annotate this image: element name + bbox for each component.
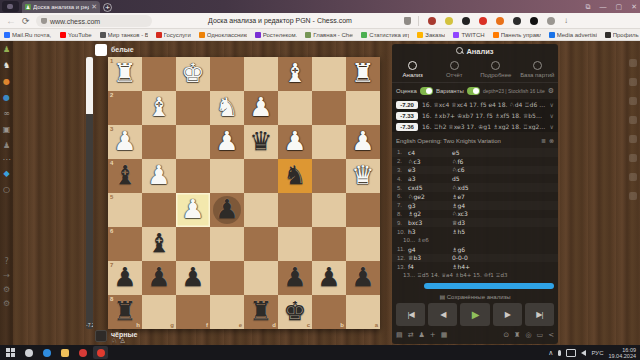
puzzles-icon[interactable]: ♞ [1, 61, 12, 71]
board-square-h7[interactable]: 7♟ [108, 261, 142, 295]
black-player-avatar [95, 330, 107, 342]
opening-name[interactable]: English Opening: Two Knights Variation [396, 138, 538, 144]
file-label: g [170, 322, 174, 328]
board-tools-row: ▤⇄♟+▦⊙♜◎▭< [396, 330, 554, 340]
bookmark-item[interactable]: TWITCH [453, 32, 484, 38]
board-square-f2[interactable] [176, 91, 210, 125]
tab-Анализ[interactable]: Анализ [392, 58, 434, 82]
engine-line[interactable]: -7.2016. ♕xc4 ♕xc4 17. f5 e4 18. ♘d4 ♖d6… [392, 99, 558, 110]
tv-icon[interactable]: ▣ [1, 125, 12, 135]
board-square-c2[interactable] [278, 91, 312, 125]
bookmark-label: Статистика игр... [369, 32, 409, 38]
black-move[interactable]: ♘xc3 [452, 210, 558, 217]
extension-icon[interactable] [462, 17, 470, 25]
extension-icon[interactable] [513, 17, 521, 25]
pieces-style-icon[interactable]: ♜ [514, 330, 520, 340]
board-square-f1[interactable]: ♚ [176, 57, 210, 91]
chess-piece-white-P-g4[interactable]: ♟ [142, 159, 176, 193]
collapse-icon[interactable]: ⧉ [586, 1, 591, 12]
bookmark-favicon [255, 32, 261, 38]
browser-sidebar-icon[interactable] [629, 97, 637, 105]
share-icon[interactable]: < [548, 330, 554, 340]
screen: ♟ Доска анализа и ред... ✕ + ⧉—▢✕ ← ⟳ ww… [0, 0, 640, 360]
move-number: 1. [392, 149, 408, 155]
windows-taskbar: ∧ РУС 16:09 19.04.2024 [0, 345, 640, 360]
black-move[interactable]: ♗g4 [452, 202, 558, 209]
chevron-down-icon[interactable]: ∨ [550, 123, 554, 130]
saved-analyses-link[interactable]: ▤ Сохранённые анализы [392, 293, 558, 300]
diamond-icon[interactable]: ◆ [1, 169, 12, 179]
board-square-e5[interactable]: ♟ [210, 193, 244, 227]
info-icon [491, 61, 500, 70]
new-tab-button[interactable]: + [103, 3, 112, 12]
board-square-g7[interactable]: ♟ [142, 261, 176, 295]
file-label: a [375, 322, 378, 328]
move-navigation: |◀◀▶▶▶| [396, 303, 554, 326]
board-square-h3[interactable]: 3♟ [108, 125, 142, 159]
bookmark-item[interactable]: Ростелеком. [255, 32, 298, 38]
chess-piece-white-K-f1[interactable]: ♚ [176, 57, 210, 91]
tab-label: Отчёт [434, 72, 476, 78]
eval-toggle[interactable] [420, 87, 433, 95]
move-row: 2.♘c3♘f6 [392, 157, 558, 166]
white-move[interactable]: f4 [408, 263, 452, 270]
black-move[interactable]: ♗g6 [452, 246, 558, 253]
line-moves: 16. ♕xc4 ♕xc4 17. f5 e4 18. ♘d4 ♖d6 19. … [422, 101, 546, 108]
bookmark-label: Профиль шахм... [613, 32, 640, 38]
board-square-f6[interactable] [176, 227, 210, 261]
browser-sidebar-icon[interactable] [629, 173, 637, 181]
board-square-g6[interactable]: ♝ [142, 227, 176, 261]
board-square-a8[interactable]: a [346, 295, 380, 329]
board-square-c4[interactable]: ♞ [278, 159, 312, 193]
board-square-e2[interactable]: ♞ [210, 91, 244, 125]
url-text: www.chess.com [50, 18, 100, 25]
chevron-down-icon[interactable]: ∨ [550, 101, 554, 108]
line-moves: 16. ♖h2 ♕xe3 17. ♔g1 ♗xg2 18. ♖xg2 ♗e4 1… [422, 123, 546, 130]
browser-sidebar-icon[interactable] [629, 154, 637, 162]
bookmark-label: Mail.Ru почта, п... [12, 32, 52, 38]
chess-piece-black-N-c4[interactable]: ♞ [278, 159, 312, 193]
app-red-icon[interactable] [75, 346, 90, 359]
white-move[interactable]: ♘ge2 [408, 193, 452, 200]
globe-icon[interactable]: ⚙ [1, 299, 12, 309]
board-square-a3[interactable]: ♟ [346, 125, 380, 159]
reload-icon[interactable]: ⟳ [22, 14, 30, 28]
clock[interactable]: 16:09 19.04.2024 [608, 347, 636, 359]
focus-icon[interactable]: ◎ [525, 330, 531, 340]
chess-piece-white-Q-a4[interactable]: ♛ [346, 159, 380, 193]
board-square-h2[interactable]: 2 [108, 91, 142, 125]
black-move[interactable]: ♘c6 [452, 166, 558, 173]
black-move[interactable]: ♕d3 [452, 219, 558, 226]
chess-piece-black-P-c7[interactable]: ♟ [278, 261, 312, 295]
board-square-e7[interactable] [210, 261, 244, 295]
evaluation-pill: -7.36 [396, 123, 418, 131]
search-icon [408, 61, 417, 70]
search-button[interactable] [21, 346, 36, 359]
move-row: 9.bxc3♕d3 [392, 218, 558, 227]
gear-icon[interactable]: ⚙ [548, 87, 554, 95]
move-row: 1.c4e5 [392, 148, 558, 157]
chess-piece-black-P-h7[interactable]: ♟ [108, 261, 142, 295]
board-square-a4[interactable]: ♛ [346, 159, 380, 193]
move-number: 2. [392, 158, 408, 164]
file-label: f [206, 322, 208, 328]
tab-label: Анализ [392, 72, 434, 78]
white-move[interactable]: e3 [408, 166, 452, 173]
board-square-f5[interactable]: ♟ [176, 193, 210, 227]
bookmark-favicon [549, 32, 555, 38]
bookmark-favicon [199, 32, 205, 38]
move-number: 7. [392, 202, 408, 208]
chess-piece-white-P-c3[interactable]: ♟ [278, 125, 312, 159]
browser-tab[interactable]: ♟ Доска анализа и ред... ✕ [22, 1, 100, 13]
board-square-g5[interactable] [142, 193, 176, 227]
minimize-icon[interactable]: — [600, 1, 607, 12]
board-square-b2[interactable] [312, 91, 346, 125]
back-icon[interactable]: ← [6, 14, 16, 28]
watch-icon[interactable]: ● [1, 93, 12, 103]
bookmark-favicon [305, 32, 311, 38]
computer-icon[interactable]: ▭ [537, 330, 544, 340]
move-number: 10. [392, 229, 408, 235]
go-start-button[interactable]: |◀ [396, 303, 425, 326]
browser-sidebar-icon[interactable] [629, 135, 637, 143]
line-moves: 16. ♗xb7+ ♔xb7 17. f5 ♗xf5 18. ♕b5+ ♔c8 … [422, 112, 546, 119]
black-move[interactable]: d5 [452, 175, 558, 182]
board-square-g4[interactable]: ♟ [142, 159, 176, 193]
move-number: 11. [392, 246, 408, 252]
analysis-chart-icon[interactable]: ▤ [396, 330, 403, 340]
move-row: 11.g4♗g6 [392, 245, 558, 254]
opening-row: English Opening: Two Knights Variation ≣… [396, 135, 554, 146]
black-move[interactable]: ♗e7 [452, 193, 558, 200]
rank-label: 2 [110, 92, 113, 98]
extension-icon[interactable] [428, 17, 436, 25]
bookmark-item[interactable]: Профиль шахм... [605, 32, 640, 38]
collapse-icon[interactable]: → [1, 271, 12, 281]
move-row: 5.cxd5♘xd5 [392, 183, 558, 192]
board-square-b5[interactable] [312, 193, 346, 227]
bookmark-favicon [417, 32, 423, 38]
chess-piece-black-P-e5[interactable]: ♟ [210, 193, 244, 227]
play-icon[interactable]: ♟ [1, 45, 12, 55]
omnibox-page-title: Доска анализа и редактор PGN - Chess.com [160, 15, 400, 27]
board-square-h6[interactable]: 6 [108, 227, 142, 261]
board-square-c5[interactable] [278, 193, 312, 227]
browser-sidebar-icon[interactable] [629, 192, 637, 200]
tab-label: База партий [517, 72, 559, 78]
chess-piece-black-B-g6[interactable]: ♝ [142, 227, 176, 261]
board-square-f3[interactable] [176, 125, 210, 159]
white-player-avatar [95, 44, 107, 56]
move-number: 9. [392, 220, 408, 226]
tab-close-icon[interactable]: ✕ [91, 1, 97, 13]
extension-icon[interactable] [530, 17, 538, 25]
chess-piece-white-R-a1[interactable]: ♜ [346, 57, 380, 91]
board-square-b7[interactable]: ♟ [312, 261, 346, 295]
start-button[interactable] [3, 346, 18, 359]
evaluation-value: -7.2 [86, 322, 93, 328]
board-square-d7[interactable] [244, 261, 278, 295]
bookmark-item[interactable]: Панель управлен... [493, 32, 541, 38]
yandex-browser-icon[interactable] [93, 346, 108, 359]
explorer-icon[interactable] [57, 346, 72, 359]
white-move[interactable]: ♘c3 [408, 158, 452, 165]
board-square-a7[interactable]: ♟ [346, 261, 380, 295]
move-number: 3. [392, 167, 408, 173]
chess-piece-white-P-h3[interactable]: ♟ [108, 125, 142, 159]
chess-piece-white-B-g2[interactable]: ♝ [142, 91, 176, 125]
bookmark-label: Главная - Chess... [313, 32, 353, 38]
board-square-c1[interactable]: ♝ [278, 57, 312, 91]
board-square-g3[interactable] [142, 125, 176, 159]
eval-toggle-label: Оценка [396, 88, 417, 94]
setup-pieces-icon[interactable]: ♟ [419, 330, 425, 340]
move-row: 12.♕b30-0-0 [392, 254, 558, 263]
play-button[interactable]: ▶ [460, 303, 489, 326]
board-square-h8[interactable]: 8h♜ [108, 295, 142, 329]
move-number: 8. [392, 211, 408, 217]
chess-piece-black-R-h8[interactable]: ♜ [108, 295, 142, 329]
evaluation-bar: -7.2 [86, 57, 93, 329]
bookmark-favicon [493, 32, 499, 38]
extension-icon[interactable] [547, 17, 555, 25]
opening-book-icon[interactable]: ≣ [541, 137, 546, 144]
chesscom-page: ♟♞●●∞▣♟⋯◆○?→⚙⚙ белые -7.2 1♜♚♝♜2♝♞♟3♟♟♛♟… [0, 41, 640, 345]
move-number: 13. [392, 264, 408, 270]
extension-icon[interactable] [496, 17, 504, 25]
board-square-h4[interactable]: 4♝ [108, 159, 142, 193]
chess-piece-black-K-c8[interactable]: ♚ [278, 295, 312, 329]
lines-toggle[interactable] [467, 87, 480, 95]
white-move[interactable]: ♕b3 [408, 254, 452, 261]
engine-line[interactable]: -7.3316. ♗xb7+ ♔xb7 17. f5 ♗xf5 18. ♕b5+… [392, 110, 558, 121]
zoom-icon[interactable]: ⊙ [503, 330, 509, 340]
chess-piece-black-Q-d3[interactable]: ♛ [244, 125, 278, 159]
black-move[interactable]: e5 [452, 149, 558, 156]
black-move[interactable]: ♗h4+ [452, 263, 558, 270]
board-square-g2[interactable]: ♝ [142, 91, 176, 125]
board-square-h5[interactable]: 5 [108, 193, 142, 227]
browser-sidebar-icon[interactable] [629, 78, 637, 86]
chess-piece-black-P-b7[interactable]: ♟ [312, 261, 346, 295]
move-number: 5. [392, 185, 408, 191]
black-move[interactable]: ♗h5 [452, 228, 558, 235]
black-move[interactable]: ♘xd5 [452, 184, 558, 191]
chess-piece-white-P-f5[interactable]: ♟ [176, 193, 210, 227]
settings-icon[interactable]: ⚙ [1, 285, 12, 295]
tab-Отчёт[interactable]: Отчёт [434, 58, 476, 82]
go-back-button[interactable]: ◀ [428, 303, 457, 326]
keyboard-language[interactable]: РУС [591, 350, 603, 356]
bookmark-label: TWITCH [461, 32, 484, 38]
rank-label: 5 [110, 194, 113, 200]
bookmark-label: Заказы [425, 32, 445, 38]
bookmark-item[interactable]: Статистика игр... [361, 32, 409, 38]
board-square-b1[interactable] [312, 57, 346, 91]
go-forward-button[interactable]: ▶ [493, 303, 522, 326]
white-move[interactable]: h3 [408, 228, 452, 235]
board-square-c3[interactable]: ♟ [278, 125, 312, 159]
learn-icon[interactable]: ● [1, 77, 12, 87]
bookmark-label: Панель управлен... [501, 32, 541, 38]
tab-База партий[interactable]: База партий [517, 58, 559, 82]
bookmark-label: Media advertisin... [557, 32, 597, 38]
tab-label: Подробнее [475, 72, 517, 78]
bookmark-item[interactable]: Мир танков - Бе... [100, 32, 148, 38]
board-square-d2[interactable]: ♟ [244, 91, 278, 125]
close-icon[interactable]: ⊗ [549, 137, 554, 144]
variation-line[interactable]: 10... ♗e6 [392, 236, 558, 245]
move-row: 10.h3♗h5 [392, 227, 558, 236]
board-square-e1[interactable] [210, 57, 244, 91]
lines-toggle-label: Варианты [436, 88, 464, 94]
chess-piece-black-P-f7[interactable]: ♟ [176, 261, 210, 295]
black-move[interactable]: ♘f6 [452, 158, 558, 165]
site-security-icon [41, 18, 47, 24]
chess-piece-black-B-h4[interactable]: ♝ [108, 159, 142, 193]
edit-board-icon[interactable]: ▦ [441, 330, 448, 340]
black-move[interactable]: 0-0-0 [452, 254, 558, 261]
bookmark-label: Ростелеком. [263, 32, 298, 38]
board-square-b3[interactable] [312, 125, 346, 159]
board-square-g8[interactable]: g [142, 295, 176, 329]
search-icon[interactable]: ○ [1, 185, 12, 195]
board-square-e3[interactable]: ♟ [210, 125, 244, 159]
bookmark-item[interactable]: Mail.Ru почта, п... [4, 32, 52, 38]
board-square-d3[interactable]: ♛ [244, 125, 278, 159]
evaluation-pill: -7.20 [396, 101, 418, 109]
more-icon[interactable]: ⋯ [1, 155, 12, 165]
help-icon[interactable]: ? [1, 257, 12, 267]
chess-piece-white-B-c1[interactable]: ♝ [278, 57, 312, 91]
chess-piece-white-P-d2[interactable]: ♟ [244, 91, 278, 125]
downloads-icon[interactable]: ↓ [564, 16, 568, 26]
board-square-d8[interactable]: d♜ [244, 295, 278, 329]
bookmark-item[interactable]: Заказы [417, 32, 445, 38]
extension-icon[interactable] [445, 17, 453, 25]
chevron-down-icon[interactable]: ∨ [550, 112, 554, 119]
chess-piece-black-P-g7[interactable]: ♟ [142, 261, 176, 295]
chess-piece-white-R-h1[interactable]: ♜ [108, 57, 142, 91]
chess-piece-black-R-d8[interactable]: ♜ [244, 295, 278, 329]
white-move[interactable]: a3 [408, 175, 452, 182]
board-square-h1[interactable]: 1♜ [108, 57, 142, 91]
bookmark-item[interactable]: Госуслуги [156, 32, 191, 38]
board-square-e8[interactable]: e [210, 295, 244, 329]
engine-line[interactable]: -7.3616. ♖h2 ♕xe3 17. ♔g1 ♗xg2 18. ♖xg2 … [392, 121, 558, 132]
bookmark-favicon [361, 32, 367, 38]
move-row: 7.g3♗g4 [392, 201, 558, 210]
flip-board-icon[interactable]: ⇄ [408, 330, 414, 340]
close-icon[interactable]: ✕ [631, 1, 637, 12]
engine-lines: -7.2016. ♕xc4 ♕xc4 17. f5 e4 18. ♘d4 ♖d6… [392, 99, 558, 132]
board-square-a2[interactable] [346, 91, 380, 125]
chess-piece-white-P-e3[interactable]: ♟ [210, 125, 244, 159]
address-bar[interactable]: www.chess.com [36, 15, 152, 27]
board-square-d4[interactable] [244, 159, 278, 193]
protect-icon[interactable] [404, 17, 411, 25]
white-move[interactable]: g4 [408, 246, 452, 253]
board-square-b6[interactable] [312, 227, 346, 261]
bookmark-item[interactable]: Одноклассники [199, 32, 247, 38]
site-left-nav: ♟♞●●∞▣♟⋯◆○?→⚙⚙ [0, 41, 13, 345]
engine-info: depth=23 | Stockfish 16 Lite [483, 88, 545, 94]
white-move[interactable]: ♗g2 [408, 210, 452, 217]
board-square-d6[interactable] [244, 227, 278, 261]
move-number: 12. [392, 255, 408, 261]
board-square-c7[interactable]: ♟ [278, 261, 312, 295]
move-row: 13.f4♗h4+ [392, 262, 558, 271]
white-move[interactable]: c4 [408, 149, 452, 156]
board-square-a6[interactable] [346, 227, 380, 261]
board-square-d5[interactable] [244, 193, 278, 227]
window-controls[interactable]: ⧉—▢✕ [586, 1, 638, 12]
analysis-tabs: АнализОтчётПодробнееБаза партий [392, 58, 558, 83]
chess-piece-white-N-e2[interactable]: ♞ [210, 91, 244, 125]
board-square-f4[interactable] [176, 159, 210, 193]
browser-sidebar-icon[interactable] [629, 116, 637, 124]
board-square-f8[interactable]: f [176, 295, 210, 329]
speaker-icon[interactable] [581, 350, 586, 356]
board-square-f7[interactable]: ♟ [176, 261, 210, 295]
edge-icon[interactable] [39, 346, 54, 359]
board-square-d1[interactable] [244, 57, 278, 91]
board-square-c8[interactable]: c♚ [278, 295, 312, 329]
chess-piece-black-P-a7[interactable]: ♟ [346, 261, 380, 295]
chess-board[interactable]: 1♜♚♝♜2♝♞♟3♟♟♛♟♟4♝♟♞♛5♟♟6♝7♟♟♟♟♟♟8h♜gfed♜… [108, 57, 380, 329]
board-square-e4[interactable] [210, 159, 244, 193]
add-icon[interactable]: + [430, 330, 436, 340]
board-square-a1[interactable]: ♜ [346, 57, 380, 91]
toolbar-divider [418, 16, 419, 26]
board-square-e6[interactable] [210, 227, 244, 261]
clock-date: 19.04.2024 [608, 353, 636, 359]
board-square-g1[interactable] [142, 57, 176, 91]
tray-expand-icon[interactable]: ∧ [548, 349, 553, 357]
display-icon[interactable] [566, 349, 576, 357]
bookmark-label: Одноклассники [207, 32, 247, 38]
white-move[interactable]: g3 [408, 202, 452, 209]
move-list: 1.c4e52.♘c3♘f63.e3♘c64.a3d55.cxd5♘xd56.♘… [392, 148, 558, 282]
white-move[interactable]: bxc3 [408, 219, 452, 226]
browser-sidebar-icon[interactable] [629, 59, 637, 67]
board-square-a5[interactable] [346, 193, 380, 227]
file-label: e [239, 322, 242, 328]
variation-line[interactable]: 13... ♖d5 14. ♕a4 ♗b4+ 15. ♔f1 ♖d3 [392, 271, 558, 280]
microphone-icon[interactable] [558, 350, 561, 356]
extension-icon[interactable] [479, 17, 487, 25]
bookmark-favicon [60, 32, 66, 38]
white-move[interactable]: cxd5 [408, 184, 452, 191]
bookmark-item[interactable]: Media advertisin... [549, 32, 597, 38]
tab-Подробнее[interactable]: Подробнее [475, 58, 517, 82]
news-icon[interactable]: ∞ [1, 109, 12, 119]
chess-piece-white-P-a3[interactable]: ♟ [346, 125, 380, 159]
maximize-icon[interactable]: ▢ [616, 1, 623, 12]
bookmark-item[interactable]: YouTube [60, 32, 92, 38]
browser-profile-button[interactable] [2, 1, 19, 12]
bookmark-item[interactable]: Главная - Chess... [305, 32, 353, 38]
board-square-b8[interactable]: b [312, 295, 346, 329]
go-end-button[interactable]: ▶| [525, 303, 554, 326]
social-icon[interactable]: ♟ [1, 141, 12, 151]
board-square-b4[interactable] [312, 159, 346, 193]
file-label: b [340, 322, 344, 328]
board-square-c6[interactable] [278, 227, 312, 261]
